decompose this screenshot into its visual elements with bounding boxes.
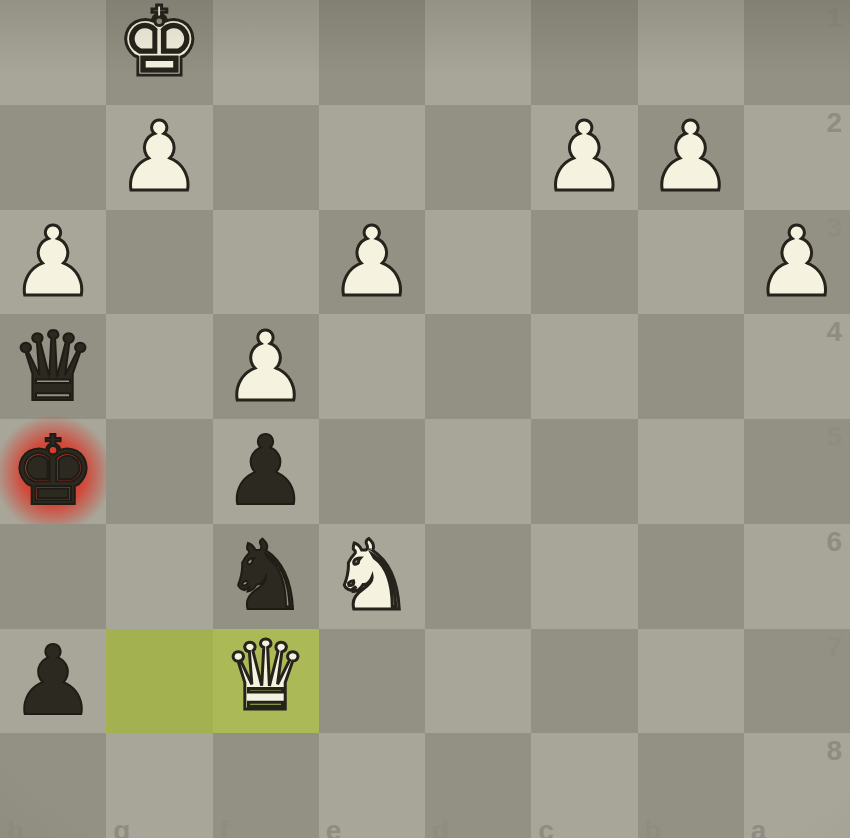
square-d3[interactable] [425, 210, 531, 315]
square-d4[interactable] [425, 314, 531, 419]
square-h5[interactable]: ♚ [0, 419, 106, 524]
rank-label-2: 2 [826, 107, 842, 139]
square-e3[interactable]: ♟ [319, 210, 425, 315]
square-c7[interactable] [531, 629, 637, 734]
square-a8[interactable]: 8a [744, 733, 850, 838]
piece-black-pawn[interactable]: ♟ [223, 419, 309, 523]
square-f3[interactable] [213, 210, 319, 315]
rank-label-7: 7 [826, 631, 842, 663]
square-a3[interactable]: ♟3 [744, 210, 850, 315]
square-f5[interactable]: ♟ [213, 419, 319, 524]
piece-black-knight[interactable]: ♞ [223, 524, 309, 628]
square-e8[interactable]: e [319, 733, 425, 838]
square-d1[interactable] [425, 0, 531, 105]
square-g5[interactable] [106, 419, 212, 524]
piece-white-queen[interactable]: ♛ [223, 624, 309, 728]
piece-white-knight[interactable]: ♞ [329, 524, 415, 628]
square-h7[interactable]: ♟ [0, 629, 106, 734]
file-label-e: e [326, 815, 342, 838]
piece-white-pawn[interactable]: ♟ [223, 315, 309, 419]
square-a6[interactable]: 6 [744, 524, 850, 629]
rank-label-1: 1 [826, 2, 842, 34]
piece-black-king[interactable]: ♚ [10, 419, 96, 523]
square-a5[interactable]: 5 [744, 419, 850, 524]
piece-white-pawn[interactable]: ♟ [754, 210, 840, 314]
square-h3[interactable]: ♟ [0, 210, 106, 315]
square-e7[interactable] [319, 629, 425, 734]
square-h8[interactable]: h [0, 733, 106, 838]
file-label-f: f [220, 815, 229, 838]
square-c3[interactable] [531, 210, 637, 315]
square-d6[interactable] [425, 524, 531, 629]
square-g3[interactable] [106, 210, 212, 315]
rank-label-6: 6 [826, 526, 842, 558]
square-f4[interactable]: ♟ [213, 314, 319, 419]
square-b6[interactable] [638, 524, 744, 629]
square-e4[interactable] [319, 314, 425, 419]
square-a4[interactable]: 4 [744, 314, 850, 419]
square-c1[interactable] [531, 0, 637, 105]
square-e1[interactable] [319, 0, 425, 105]
square-d5[interactable] [425, 419, 531, 524]
square-c8[interactable]: c [531, 733, 637, 838]
square-f6[interactable]: ♞ [213, 524, 319, 629]
piece-white-pawn[interactable]: ♟ [329, 210, 415, 314]
square-b1[interactable] [638, 0, 744, 105]
square-a7[interactable]: 7 [744, 629, 850, 734]
square-a2[interactable]: 2 [744, 105, 850, 210]
rank-label-8: 8 [826, 735, 842, 767]
square-a1[interactable]: 1 [744, 0, 850, 105]
square-e5[interactable] [319, 419, 425, 524]
chess-board: ♚1♟♟♟2♟♟♟3♛♟4♚♟5♞♞6♟♛7hgfedcb8a [0, 0, 850, 838]
square-b8[interactable]: b [638, 733, 744, 838]
square-g1[interactable]: ♚ [106, 0, 212, 105]
square-g2[interactable]: ♟ [106, 105, 212, 210]
rank-label-5: 5 [826, 421, 842, 453]
file-label-b: b [645, 815, 662, 838]
square-b7[interactable] [638, 629, 744, 734]
piece-black-pawn[interactable]: ♟ [10, 629, 96, 733]
piece-white-pawn[interactable]: ♟ [648, 105, 734, 209]
square-g8[interactable]: g [106, 733, 212, 838]
file-label-d: d [432, 815, 449, 838]
piece-white-pawn[interactable]: ♟ [10, 210, 96, 314]
file-label-h: h [7, 815, 24, 838]
chess-app: ♚1♟♟♟2♟♟♟3♛♟4♚♟5♞♞6♟♛7hgfedcb8a [0, 0, 850, 838]
square-g4[interactable] [106, 314, 212, 419]
rank-label-4: 4 [826, 316, 842, 348]
piece-white-pawn[interactable]: ♟ [116, 105, 202, 209]
square-c2[interactable]: ♟ [531, 105, 637, 210]
square-h6[interactable] [0, 524, 106, 629]
square-d2[interactable] [425, 105, 531, 210]
square-g7[interactable] [106, 629, 212, 734]
square-c4[interactable] [531, 314, 637, 419]
square-b4[interactable] [638, 314, 744, 419]
square-d7[interactable] [425, 629, 531, 734]
square-e2[interactable] [319, 105, 425, 210]
file-label-g: g [113, 815, 130, 838]
square-h1[interactable] [0, 0, 106, 105]
piece-white-king[interactable]: ♚ [116, 0, 202, 94]
square-f1[interactable] [213, 0, 319, 105]
square-b3[interactable] [638, 210, 744, 315]
square-f8[interactable]: f [213, 733, 319, 838]
square-f2[interactable] [213, 105, 319, 210]
piece-black-queen[interactable]: ♛ [10, 315, 96, 419]
file-label-c: c [538, 815, 554, 838]
square-c6[interactable] [531, 524, 637, 629]
square-b5[interactable] [638, 419, 744, 524]
file-label-a: a [751, 815, 767, 838]
square-b2[interactable]: ♟ [638, 105, 744, 210]
square-c5[interactable] [531, 419, 637, 524]
piece-white-pawn[interactable]: ♟ [541, 105, 627, 209]
square-g6[interactable] [106, 524, 212, 629]
square-h4[interactable]: ♛ [0, 314, 106, 419]
square-f7[interactable]: ♛ [213, 629, 319, 734]
square-h2[interactable] [0, 105, 106, 210]
square-d8[interactable]: d [425, 733, 531, 838]
square-e6[interactable]: ♞ [319, 524, 425, 629]
